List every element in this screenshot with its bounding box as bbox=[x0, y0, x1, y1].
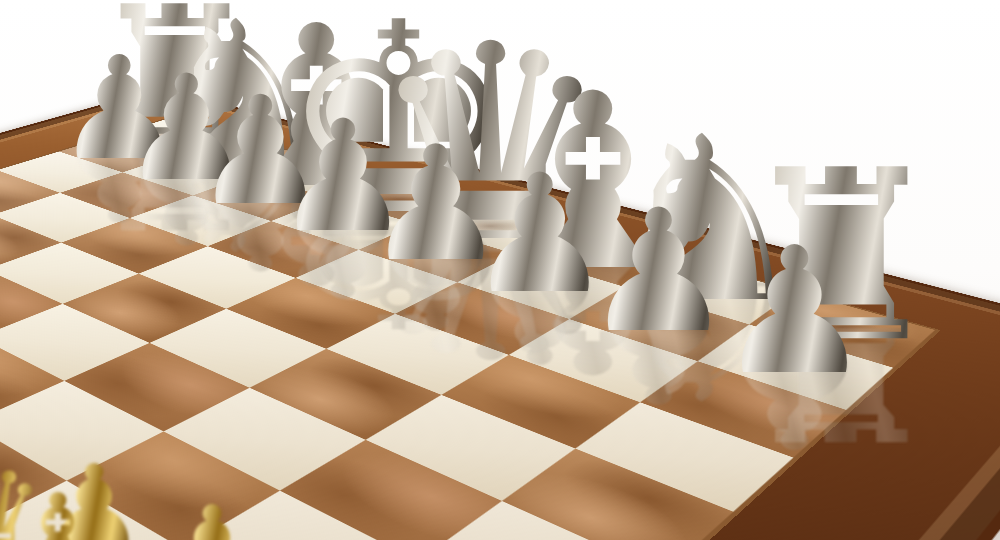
chess-set-photo: ♜♜♟♟♞♞♟♟♝♝♟♟♚♚♟♟♛♛♟♟♝♝♟♟♞♞♟♟♜♜♟♟♟♛♝♟ bbox=[0, 0, 1000, 540]
